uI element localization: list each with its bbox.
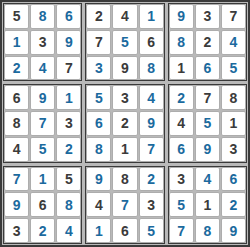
cell-r6c5[interactable]: 1: [112, 137, 137, 162]
cell-r1c4[interactable]: 2: [86, 4, 111, 29]
cell-r9c1[interactable]: 3: [4, 218, 29, 243]
cell-r7c8[interactable]: 4: [195, 167, 220, 192]
cell-r7c5[interactable]: 8: [112, 167, 137, 192]
cell-r9c3[interactable]: 4: [56, 218, 81, 243]
cell-r7c3[interactable]: 5: [56, 167, 81, 192]
cell-r7c7[interactable]: 3: [169, 167, 194, 192]
cell-r3c3[interactable]: 7: [56, 56, 81, 81]
cell-r7c6[interactable]: 2: [139, 167, 164, 192]
cell-r9c5[interactable]: 6: [112, 218, 137, 243]
cell-r5c5[interactable]: 2: [112, 111, 137, 136]
cell-r1c8[interactable]: 3: [195, 4, 220, 29]
cell-r2c2[interactable]: 3: [30, 30, 55, 55]
cell-r5c9[interactable]: 1: [221, 111, 246, 136]
cell-r3c7[interactable]: 1: [169, 56, 194, 81]
cell-r7c9[interactable]: 6: [221, 167, 246, 192]
box-2-1: 982473165: [85, 166, 164, 244]
cell-r3c1[interactable]: 2: [4, 56, 29, 81]
cell-r8c9[interactable]: 2: [221, 192, 246, 217]
cell-r2c5[interactable]: 5: [112, 30, 137, 55]
cell-r3c8[interactable]: 6: [195, 56, 220, 81]
cell-r3c5[interactable]: 9: [112, 56, 137, 81]
cell-r3c9[interactable]: 5: [221, 56, 246, 81]
cell-r6c6[interactable]: 7: [139, 137, 164, 162]
cell-r9c4[interactable]: 1: [86, 218, 111, 243]
cell-r2c7[interactable]: 8: [169, 30, 194, 55]
cell-r3c4[interactable]: 3: [86, 56, 111, 81]
box-0-2: 937824165: [168, 3, 247, 81]
cell-r6c7[interactable]: 6: [169, 137, 194, 162]
cell-r6c9[interactable]: 3: [221, 137, 246, 162]
cell-r2c8[interactable]: 2: [195, 30, 220, 55]
cell-r4c8[interactable]: 7: [195, 85, 220, 110]
cell-r8c7[interactable]: 5: [169, 192, 194, 217]
cell-r8c3[interactable]: 8: [56, 192, 81, 217]
box-2-0: 715968324: [3, 166, 82, 244]
cell-r2c3[interactable]: 9: [56, 30, 81, 55]
cell-r6c1[interactable]: 4: [4, 137, 29, 162]
cell-r4c2[interactable]: 9: [30, 85, 55, 110]
cell-r4c6[interactable]: 4: [139, 85, 164, 110]
cell-r2c6[interactable]: 6: [139, 30, 164, 55]
cell-r9c8[interactable]: 8: [195, 218, 220, 243]
cell-r6c8[interactable]: 9: [195, 137, 220, 162]
box-2-2: 346512789: [168, 166, 247, 244]
cell-r7c4[interactable]: 9: [86, 167, 111, 192]
cell-r5c2[interactable]: 7: [30, 111, 55, 136]
cell-r1c1[interactable]: 5: [4, 4, 29, 29]
cell-r8c2[interactable]: 6: [30, 192, 55, 217]
cell-r1c7[interactable]: 9: [169, 4, 194, 29]
cell-r1c5[interactable]: 4: [112, 4, 137, 29]
cell-r9c7[interactable]: 7: [169, 218, 194, 243]
box-0-0: 586139247: [3, 3, 82, 81]
cell-r5c6[interactable]: 9: [139, 111, 164, 136]
cell-r5c8[interactable]: 5: [195, 111, 220, 136]
box-1-2: 278451693: [168, 84, 247, 162]
cell-r1c3[interactable]: 6: [56, 4, 81, 29]
cell-r5c3[interactable]: 3: [56, 111, 81, 136]
cell-r5c1[interactable]: 8: [4, 111, 29, 136]
box-0-1: 241756398: [85, 3, 164, 81]
cell-r3c6[interactable]: 8: [139, 56, 164, 81]
cell-r4c1[interactable]: 6: [4, 85, 29, 110]
cell-r7c2[interactable]: 1: [30, 167, 55, 192]
cell-r4c9[interactable]: 8: [221, 85, 246, 110]
cell-r1c2[interactable]: 8: [30, 4, 55, 29]
cell-r8c1[interactable]: 9: [4, 192, 29, 217]
cell-r4c7[interactable]: 2: [169, 85, 194, 110]
cell-r8c8[interactable]: 1: [195, 192, 220, 217]
cell-r5c4[interactable]: 6: [86, 111, 111, 136]
cell-r2c4[interactable]: 7: [86, 30, 111, 55]
cell-r2c9[interactable]: 4: [221, 30, 246, 55]
cell-r4c5[interactable]: 3: [112, 85, 137, 110]
cell-r3c2[interactable]: 4: [30, 56, 55, 81]
cell-r8c5[interactable]: 7: [112, 192, 137, 217]
cell-r6c3[interactable]: 2: [56, 137, 81, 162]
cell-r5c7[interactable]: 4: [169, 111, 194, 136]
cell-r8c4[interactable]: 4: [86, 192, 111, 217]
cell-r7c1[interactable]: 7: [4, 167, 29, 192]
cell-r9c6[interactable]: 5: [139, 218, 164, 243]
cell-r8c6[interactable]: 3: [139, 192, 164, 217]
cell-r9c2[interactable]: 2: [30, 218, 55, 243]
cell-r4c3[interactable]: 1: [56, 85, 81, 110]
sudoku-board: 5861392472417563989378241656918734525346…: [0, 0, 250, 247]
cell-r1c9[interactable]: 7: [221, 4, 246, 29]
cell-r6c2[interactable]: 5: [30, 137, 55, 162]
box-1-1: 534629817: [85, 84, 164, 162]
cell-r4c4[interactable]: 5: [86, 85, 111, 110]
box-1-0: 691873452: [3, 84, 82, 162]
cell-r9c9[interactable]: 9: [221, 218, 246, 243]
cell-r2c1[interactable]: 1: [4, 30, 29, 55]
cell-r1c6[interactable]: 1: [139, 4, 164, 29]
cell-r6c4[interactable]: 8: [86, 137, 111, 162]
